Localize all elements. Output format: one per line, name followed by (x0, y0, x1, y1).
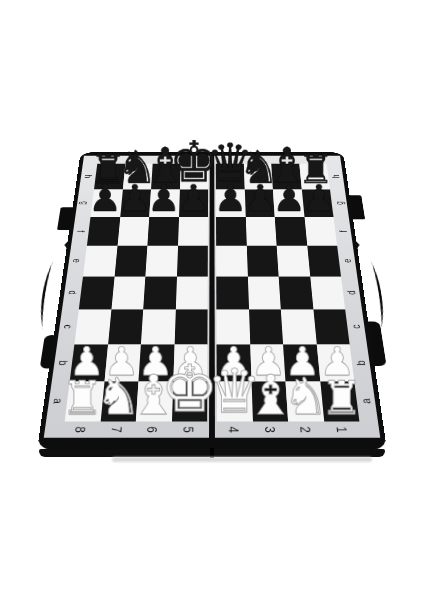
board-square-r0c2: ♝ (151, 164, 180, 190)
rank-label-3: 3 (259, 416, 282, 443)
board-square-r5c2 (141, 309, 175, 344)
rank-label-7: 7 (105, 416, 129, 443)
board-square-r0c1: ♞ (123, 164, 153, 190)
board-square-r1c2: ♟ (149, 189, 179, 216)
board-square-r1c3: ♟ (179, 189, 208, 216)
file-label-f: f (319, 226, 367, 236)
case-shadow (112, 457, 372, 462)
board-square-r3c3 (177, 246, 208, 277)
board-square-r3c4 (216, 246, 247, 277)
file-label-a: a (338, 395, 394, 408)
file-label-e: e (52, 256, 101, 266)
board-square-r3c1 (114, 246, 147, 277)
file-label-h: h (66, 172, 111, 181)
folding-chess-case: hgfedcba 8765 ♜♞♝♚♟♟♟♟♟♟♟♟♜♞♝♚ hgfedcba … (37, 152, 387, 450)
board-square-r2c1 (117, 217, 149, 246)
board-square-r5c3 (174, 309, 207, 344)
rank-label-4: 4 (224, 416, 246, 443)
product-photo: hgfedcba 8765 ♜♞♝♚♟♟♟♟♟♟♟♟♜♞♝♚ hgfedcba … (0, 0, 424, 600)
board-square-r5c5 (249, 309, 283, 344)
piece-white-pawn: ♟ (138, 343, 173, 381)
board-square-r4c2 (143, 277, 176, 310)
board-sheet-left: hgfedcba 8765 ♜♞♝♚♟♟♟♟♟♟♟♟♜♞♝♚ (44, 156, 210, 438)
file-label-d: d (47, 287, 98, 298)
piece-white-pawn: ♟ (216, 343, 251, 381)
board-sheet-right: hgfedcba 4321 ♛♞♝♜♟♟♟♟♟♟♟♟♛♝♞♜ (214, 156, 380, 438)
board-square-r2c2 (147, 217, 178, 246)
board-square-r3c2 (145, 246, 177, 277)
file-label-h: h (313, 172, 358, 181)
board-square-r6c6: ♟ (283, 344, 320, 381)
piece-white-pawn: ♟ (172, 343, 207, 381)
board-square-r4c4 (216, 277, 248, 310)
board-square-r1c4: ♟ (216, 189, 245, 216)
rank-label-1: 1 (330, 416, 355, 443)
rank-label-8: 8 (69, 416, 94, 443)
board-square-r2c4 (216, 217, 246, 246)
board-square-r6c3: ♟ (173, 344, 208, 381)
board-square-r2c6 (275, 217, 307, 246)
board-square-r3c5 (246, 246, 278, 277)
board-square-r6c4: ♟ (217, 344, 252, 381)
board-square-r6c1: ♟ (104, 344, 141, 381)
chess-case-scene: hgfedcba 8765 ♜♞♝♚♟♟♟♟♟♟♟♟♜♞♝♚ hgfedcba … (37, 0, 387, 450)
board-square-r4c6 (279, 277, 313, 310)
rank-labels-left: 8765 (63, 422, 208, 438)
board-square-r5c1 (108, 309, 144, 344)
board-square-r0c5: ♞ (244, 164, 273, 190)
file-label-c: c (330, 321, 382, 333)
piece-white-pawn: ♟ (104, 343, 139, 381)
board-square-r3c6 (277, 246, 310, 277)
board-square-r0c4: ♛ (216, 164, 245, 190)
file-label-b: b (334, 356, 388, 368)
board-square-r6c2: ♟ (138, 344, 174, 381)
board-square-r5c6 (281, 309, 317, 344)
board-square-r4c3 (175, 277, 207, 310)
file-label-b: b (36, 356, 90, 368)
file-label-g: g (62, 198, 108, 207)
piece-white-pawn: ♟ (251, 343, 286, 381)
file-label-e: e (323, 256, 372, 266)
board-square-r0c3: ♚ (180, 164, 209, 190)
board-half-left: hgfedcba 8765 ♜♞♝♚♟♟♟♟♟♟♟♟♜♞♝♚ (37, 152, 210, 450)
rank-label-5: 5 (178, 416, 200, 443)
board-square-r4c1 (111, 277, 145, 310)
file-label-c: c (42, 321, 94, 333)
rank-label-2: 2 (295, 416, 319, 443)
file-label-f: f (57, 226, 105, 236)
board-square-r2c5 (245, 217, 276, 246)
board-square-r6c5: ♟ (250, 344, 286, 381)
board-square-r1c1: ♟ (120, 189, 151, 216)
file-label-g: g (316, 198, 362, 207)
piece-white-pawn: ♟ (285, 343, 320, 381)
board-square-r1c6: ♟ (273, 189, 304, 216)
file-label-a: a (30, 395, 86, 408)
rank-label-6: 6 (142, 416, 165, 443)
file-label-d: d (326, 287, 377, 298)
board-square-r1c5: ♟ (244, 189, 274, 216)
board-square-r0c6: ♝ (271, 164, 301, 190)
rank-labels-right: 4321 (217, 422, 362, 438)
board-square-r4c5 (247, 277, 280, 310)
piece-black-rook: ♜ (90, 150, 126, 189)
board-square-r2c3 (178, 217, 208, 246)
board-square-r5c4 (216, 309, 249, 344)
